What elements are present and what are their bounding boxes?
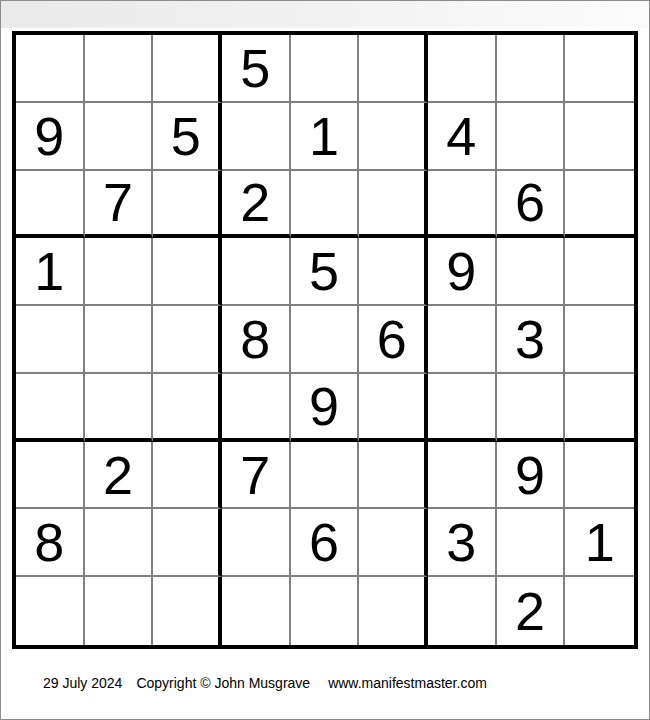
cell-r2c9[interactable] <box>565 103 634 171</box>
given-cell-r8c1[interactable]: 8 <box>16 509 85 577</box>
cell-r3c6[interactable] <box>359 171 428 239</box>
footer-website: www.manifestmaster.com <box>328 675 487 691</box>
given-cell-r2c3[interactable]: 5 <box>153 103 222 171</box>
cell-r8c3[interactable] <box>153 509 222 577</box>
cell-r2c2[interactable] <box>85 103 154 171</box>
top-gradient-band <box>1 1 649 28</box>
cell-r7c6[interactable] <box>359 442 428 510</box>
cell-r2c6[interactable] <box>359 103 428 171</box>
cell-r1c1[interactable] <box>16 35 85 103</box>
cell-r6c2[interactable] <box>85 374 154 442</box>
cell-r6c6[interactable] <box>359 374 428 442</box>
footer: 29 July 2024Copyright © John Musgravewww… <box>43 675 487 691</box>
cell-r3c3[interactable] <box>153 171 222 239</box>
cell-r3c7[interactable] <box>428 171 497 239</box>
cell-r6c4[interactable] <box>222 374 291 442</box>
cell-r7c5[interactable] <box>291 442 360 510</box>
footer-copyright: Copyright © John Musgrave <box>136 675 310 691</box>
cell-r5c7[interactable] <box>428 306 497 374</box>
cell-r5c3[interactable] <box>153 306 222 374</box>
cell-r1c7[interactable] <box>428 35 497 103</box>
given-cell-r5c6[interactable]: 6 <box>359 306 428 374</box>
cell-r1c9[interactable] <box>565 35 634 103</box>
cell-r1c8[interactable] <box>497 35 566 103</box>
given-cell-r2c7[interactable]: 4 <box>428 103 497 171</box>
given-cell-r8c9[interactable]: 1 <box>565 509 634 577</box>
cell-r5c2[interactable] <box>85 306 154 374</box>
puzzle-page: 59514726159863927986312 29 July 2024Copy… <box>0 0 650 720</box>
cell-r8c2[interactable] <box>85 509 154 577</box>
cell-r9c1[interactable] <box>16 577 85 645</box>
given-cell-r5c8[interactable]: 3 <box>497 306 566 374</box>
cell-r8c4[interactable] <box>222 509 291 577</box>
cell-r6c1[interactable] <box>16 374 85 442</box>
cell-r9c9[interactable] <box>565 577 634 645</box>
given-cell-r4c1[interactable]: 1 <box>16 238 85 306</box>
cell-r9c6[interactable] <box>359 577 428 645</box>
cell-r9c2[interactable] <box>85 577 154 645</box>
given-cell-r6c5[interactable]: 9 <box>291 374 360 442</box>
given-cell-r7c4[interactable]: 7 <box>222 442 291 510</box>
cell-r7c1[interactable] <box>16 442 85 510</box>
cell-r4c9[interactable] <box>565 238 634 306</box>
cell-r1c6[interactable] <box>359 35 428 103</box>
given-cell-r4c5[interactable]: 5 <box>291 238 360 306</box>
given-cell-r2c1[interactable]: 9 <box>16 103 85 171</box>
cell-r4c2[interactable] <box>85 238 154 306</box>
given-cell-r5c4[interactable]: 8 <box>222 306 291 374</box>
footer-date: 29 July 2024 <box>43 675 122 691</box>
cell-r6c9[interactable] <box>565 374 634 442</box>
given-cell-r1c4[interactable]: 5 <box>222 35 291 103</box>
given-cell-r4c7[interactable]: 9 <box>428 238 497 306</box>
cell-r1c2[interactable] <box>85 35 154 103</box>
cell-r2c4[interactable] <box>222 103 291 171</box>
cell-r9c4[interactable] <box>222 577 291 645</box>
cell-r3c1[interactable] <box>16 171 85 239</box>
cell-r3c5[interactable] <box>291 171 360 239</box>
cell-r4c4[interactable] <box>222 238 291 306</box>
cell-r4c8[interactable] <box>497 238 566 306</box>
cell-r8c6[interactable] <box>359 509 428 577</box>
given-cell-r2c5[interactable]: 1 <box>291 103 360 171</box>
given-cell-r8c5[interactable]: 6 <box>291 509 360 577</box>
sudoku-grid: 59514726159863927986312 <box>12 31 638 649</box>
cell-r4c6[interactable] <box>359 238 428 306</box>
cell-r7c3[interactable] <box>153 442 222 510</box>
cell-r5c1[interactable] <box>16 306 85 374</box>
cell-r7c7[interactable] <box>428 442 497 510</box>
cell-r1c5[interactable] <box>291 35 360 103</box>
given-cell-r7c2[interactable]: 2 <box>85 442 154 510</box>
cell-r5c9[interactable] <box>565 306 634 374</box>
given-cell-r7c8[interactable]: 9 <box>497 442 566 510</box>
cell-r5c5[interactable] <box>291 306 360 374</box>
cell-r3c9[interactable] <box>565 171 634 239</box>
given-cell-r3c8[interactable]: 6 <box>497 171 566 239</box>
cell-r4c3[interactable] <box>153 238 222 306</box>
cell-r1c3[interactable] <box>153 35 222 103</box>
cell-r6c8[interactable] <box>497 374 566 442</box>
cell-r9c5[interactable] <box>291 577 360 645</box>
given-cell-r8c7[interactable]: 3 <box>428 509 497 577</box>
cell-r6c3[interactable] <box>153 374 222 442</box>
cell-r2c8[interactable] <box>497 103 566 171</box>
cell-r9c3[interactable] <box>153 577 222 645</box>
cell-r8c8[interactable] <box>497 509 566 577</box>
given-cell-r3c2[interactable]: 7 <box>85 171 154 239</box>
given-cell-r9c8[interactable]: 2 <box>497 577 566 645</box>
cell-r6c7[interactable] <box>428 374 497 442</box>
cell-r9c7[interactable] <box>428 577 497 645</box>
given-cell-r3c4[interactable]: 2 <box>222 171 291 239</box>
cell-r7c9[interactable] <box>565 442 634 510</box>
